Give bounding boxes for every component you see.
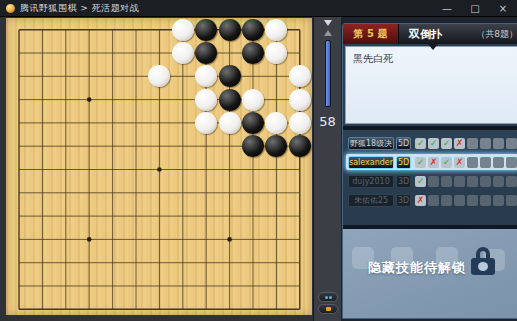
player-rank-badge: 3D (396, 175, 411, 188)
result-empty-cell (506, 195, 517, 206)
result-empty-cell (506, 176, 517, 187)
caret-down-icon (428, 44, 438, 55)
title-bar: 腾讯野狐围棋 > 死活题对战 — □ × (0, 0, 517, 17)
result-pass-icon: ✓ (415, 157, 426, 168)
result-empty-cell (480, 157, 491, 168)
result-empty-cell (467, 138, 478, 149)
result-pass-icon: ✓ (441, 138, 452, 149)
result-empty-cell (454, 195, 465, 206)
minimize-button[interactable]: — (433, 0, 461, 16)
problem-description: 黑先白死 (345, 46, 517, 124)
player-name: salexander (348, 156, 394, 169)
stone-white (289, 65, 311, 87)
stone-white (172, 19, 194, 41)
result-empty-cell (480, 176, 491, 187)
sound-icon (326, 307, 331, 311)
result-fail-icon: ✗ (454, 138, 465, 149)
app-icon (6, 4, 15, 13)
result-pass-icon: ✓ (428, 138, 439, 149)
player-rank-badge: 5D (396, 156, 411, 169)
result-empty-cell (428, 195, 439, 206)
stone-white (195, 112, 217, 134)
player-row: 野狐18级决5D✓✓✓✗ (346, 135, 517, 151)
stone-white (195, 89, 217, 111)
tab-problem-number[interactable]: 第 5 题 (343, 24, 399, 44)
stone-black (219, 89, 241, 111)
right-panel: 第 5 题 双倒扑 （共8题） 黑先白死 野狐18级决5D✓✓✓✗salexan… (341, 17, 517, 321)
stone-black (289, 135, 311, 157)
player-row: dujy20103D✓ (346, 173, 517, 189)
result-empty-cell (493, 195, 504, 206)
result-empty-cell (441, 176, 452, 187)
stone-white (172, 42, 194, 64)
player-name: 野狐18级决 (348, 137, 394, 150)
maximize-button[interactable]: □ (461, 0, 489, 16)
result-empty-cell (454, 176, 465, 187)
progress-number: 58 (319, 114, 336, 129)
result-cells: ✓ (415, 176, 517, 187)
problem-title: 双倒扑 (409, 27, 442, 42)
stone-black (242, 112, 264, 134)
stone-black (242, 42, 264, 64)
result-empty-cell (467, 195, 478, 206)
result-empty-cell (441, 195, 452, 206)
stone-white (289, 89, 311, 111)
result-pass-icon: ✓ (415, 138, 426, 149)
go-board[interactable] (0, 17, 313, 321)
banner-text: 隐藏技能待解锁 (357, 259, 477, 277)
stone-black (242, 19, 264, 41)
result-empty-cell (480, 138, 491, 149)
stone-white (242, 89, 264, 111)
result-empty-cell (467, 157, 478, 168)
stone-white (289, 112, 311, 134)
result-empty-cell (428, 176, 439, 187)
player-rank-badge: 5D (396, 137, 411, 150)
result-empty-cell (506, 157, 517, 168)
goban-wood (6, 18, 312, 315)
result-empty-cell (467, 176, 478, 187)
result-empty-cell (506, 138, 517, 149)
result-pass-icon: ✓ (415, 176, 426, 187)
result-cells: ✓✓✓✗ (415, 138, 517, 149)
chat-icon (325, 296, 328, 299)
result-fail-icon: ✗ (415, 195, 426, 206)
result-fail-icon: ✗ (428, 157, 439, 168)
player-row: 朱佑佑253D✗ (346, 192, 517, 208)
result-cells: ✗ (415, 195, 517, 206)
stone-black (219, 19, 241, 41)
stone-white (265, 19, 287, 41)
result-cells: ✓✗✓✗ (415, 157, 517, 168)
lock-icon (470, 247, 496, 279)
result-empty-cell (493, 157, 504, 168)
player-rank-badge: 3D (396, 194, 411, 207)
stone-black (195, 19, 217, 41)
window-title: 腾讯野狐围棋 > 死活题对战 (20, 2, 139, 15)
result-empty-cell (493, 176, 504, 187)
stone-white (219, 112, 241, 134)
result-empty-cell (493, 138, 504, 149)
hourglass-icon (324, 20, 332, 36)
result-pass-icon: ✓ (441, 157, 452, 168)
player-row: salexander5D✓✗✓✗ (346, 154, 517, 170)
window-controls: — □ × (433, 0, 517, 16)
result-fail-icon: ✗ (454, 157, 465, 168)
sound-button[interactable] (318, 304, 338, 314)
side-strip: 58 (313, 17, 341, 321)
chat-button[interactable] (318, 292, 338, 302)
player-list: 野狐18级决5D✓✓✓✗salexander5D✓✗✓✗dujy20103D✓朱… (343, 130, 517, 225)
problem-count: （共8题） (476, 28, 517, 41)
hidden-skill-banner: 隐藏技能待解锁 (343, 229, 517, 318)
close-button[interactable]: × (489, 0, 517, 16)
result-empty-cell (480, 195, 491, 206)
stone-black (219, 65, 241, 87)
player-name: dujy2010 (348, 175, 394, 188)
player-name: 朱佑佑25 (348, 194, 394, 207)
time-progress-bar (325, 40, 331, 107)
problem-tab-bar: 第 5 题 双倒扑 （共8题） (343, 24, 517, 44)
